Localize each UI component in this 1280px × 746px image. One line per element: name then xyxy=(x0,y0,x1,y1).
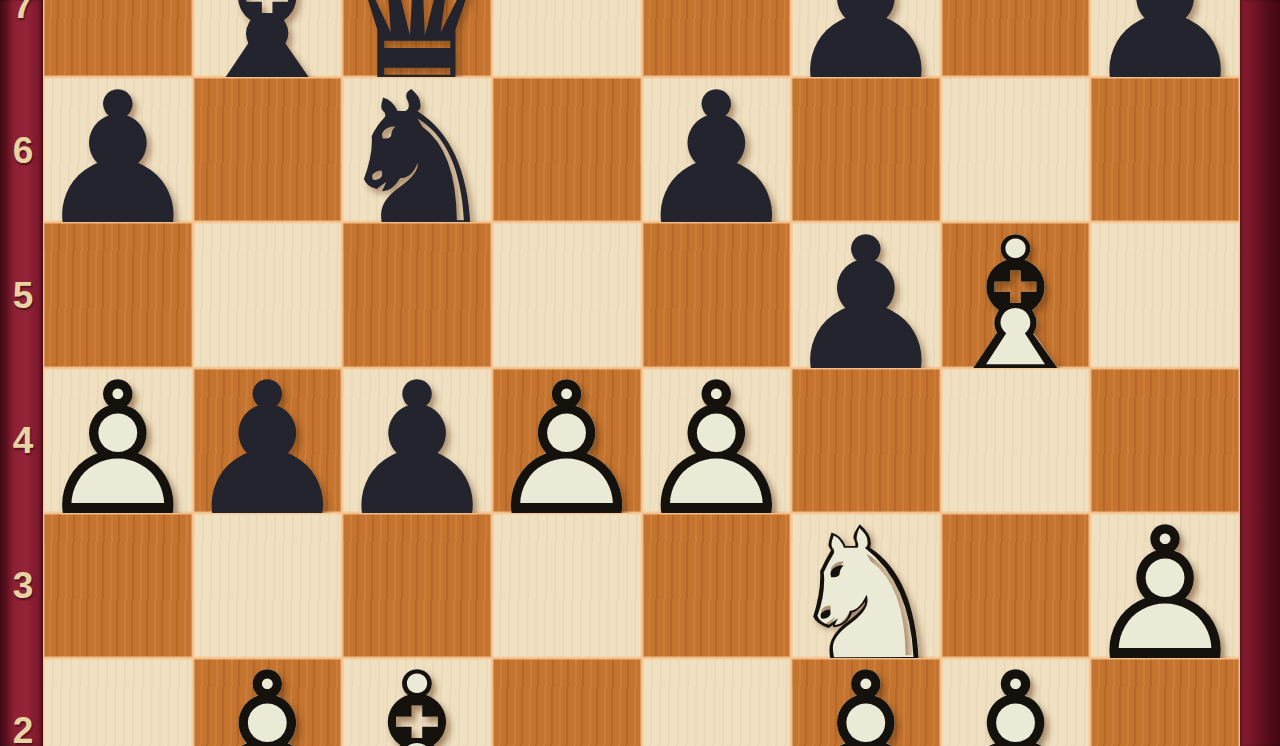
square-c7[interactable]: ♛ xyxy=(342,0,492,77)
white-piece-fill: ♟ xyxy=(932,648,1099,746)
square-c6[interactable]: ♞ xyxy=(342,77,492,222)
black-pawn[interactable]: ♟ xyxy=(193,368,343,513)
rank-label-7: 7 xyxy=(8,0,38,23)
square-b6[interactable] xyxy=(193,77,343,222)
square-h4[interactable] xyxy=(1090,368,1240,513)
black-pawn[interactable]: ♟ xyxy=(642,77,792,222)
square-e4[interactable]: ♟♙ xyxy=(642,368,792,513)
square-a7[interactable] xyxy=(43,0,193,77)
white-pawn[interactable]: ♟♙ xyxy=(1090,513,1240,658)
square-f2[interactable]: ♟♙ xyxy=(791,658,941,746)
square-b5[interactable] xyxy=(193,222,343,367)
white-piece-outline: ♗ xyxy=(334,648,501,746)
square-e3[interactable] xyxy=(642,513,792,658)
square-g6[interactable] xyxy=(941,77,1091,222)
rank-label-4: 4 xyxy=(8,422,38,459)
square-a4[interactable]: ♟♙ xyxy=(43,368,193,513)
square-f4[interactable] xyxy=(791,368,941,513)
rank-label-6: 6 xyxy=(8,131,38,168)
square-f7[interactable]: ♟ xyxy=(791,0,941,77)
rank-label-3: 3 xyxy=(8,567,38,604)
square-g3[interactable] xyxy=(941,513,1091,658)
square-b7[interactable]: ♝ xyxy=(193,0,343,77)
square-a3[interactable] xyxy=(43,513,193,658)
square-g7[interactable] xyxy=(941,0,1091,77)
square-e7[interactable] xyxy=(642,0,792,77)
square-h2[interactable] xyxy=(1090,658,1240,746)
chess-diagram: ♝♛♟♟♟♞♟♟♝♗♟♙♟♟♟♙♟♙♞♘♟♙♟♙♝♗♟♙♟♙ 765432 xyxy=(0,0,1280,746)
white-bishop[interactable]: ♝♗ xyxy=(342,658,492,746)
square-a2[interactable] xyxy=(43,658,193,746)
black-bishop[interactable]: ♝ xyxy=(193,0,343,77)
black-pawn[interactable]: ♟ xyxy=(43,77,193,222)
chess-board: ♝♛♟♟♟♞♟♟♝♗♟♙♟♟♟♙♟♙♞♘♟♙♟♙♝♗♟♙♟♙ xyxy=(43,0,1240,746)
square-b3[interactable] xyxy=(193,513,343,658)
square-d7[interactable] xyxy=(492,0,642,77)
board-left-border xyxy=(0,0,43,746)
square-e2[interactable] xyxy=(642,658,792,746)
square-b4[interactable]: ♟ xyxy=(193,368,343,513)
square-g5[interactable]: ♝♗ xyxy=(941,222,1091,367)
square-d4[interactable]: ♟♙ xyxy=(492,368,642,513)
square-d5[interactable] xyxy=(492,222,642,367)
black-pawn[interactable]: ♟ xyxy=(342,368,492,513)
black-pawn[interactable]: ♟ xyxy=(1090,0,1240,77)
square-a6[interactable]: ♟ xyxy=(43,77,193,222)
square-b2[interactable]: ♟♙ xyxy=(193,658,343,746)
square-c3[interactable] xyxy=(342,513,492,658)
rank-label-2: 2 xyxy=(8,712,38,746)
square-h5[interactable] xyxy=(1090,222,1240,367)
square-h3[interactable]: ♟♙ xyxy=(1090,513,1240,658)
square-h7[interactable]: ♟ xyxy=(1090,0,1240,77)
white-pawn[interactable]: ♟♙ xyxy=(193,658,343,746)
white-piece-fill: ♝ xyxy=(334,648,501,746)
rank-label-5: 5 xyxy=(8,276,38,313)
white-piece-outline: ♙ xyxy=(783,648,950,746)
square-e6[interactable]: ♟ xyxy=(642,77,792,222)
square-d2[interactable] xyxy=(492,658,642,746)
white-piece-outline: ♙ xyxy=(184,648,351,746)
black-queen[interactable]: ♛ xyxy=(342,0,492,77)
white-knight[interactable]: ♞♘ xyxy=(791,513,941,658)
black-pawn[interactable]: ♟ xyxy=(791,0,941,77)
square-c5[interactable] xyxy=(342,222,492,367)
white-pawn[interactable]: ♟♙ xyxy=(492,368,642,513)
white-pawn[interactable]: ♟♙ xyxy=(791,658,941,746)
square-d3[interactable] xyxy=(492,513,642,658)
board-right-border xyxy=(1240,0,1280,746)
square-g2[interactable]: ♟♙ xyxy=(941,658,1091,746)
white-pawn[interactable]: ♟♙ xyxy=(941,658,1091,746)
square-f3[interactable]: ♞♘ xyxy=(791,513,941,658)
white-piece-outline: ♙ xyxy=(932,648,1099,746)
square-h6[interactable] xyxy=(1090,77,1240,222)
square-g4[interactable] xyxy=(941,368,1091,513)
black-pawn[interactable]: ♟ xyxy=(791,222,941,367)
square-d6[interactable] xyxy=(492,77,642,222)
black-knight[interactable]: ♞ xyxy=(342,77,492,222)
square-e5[interactable] xyxy=(642,222,792,367)
square-f5[interactable]: ♟ xyxy=(791,222,941,367)
white-piece-fill: ♟ xyxy=(783,648,950,746)
square-c4[interactable]: ♟ xyxy=(342,368,492,513)
white-pawn[interactable]: ♟♙ xyxy=(642,368,792,513)
white-bishop[interactable]: ♝♗ xyxy=(941,222,1091,367)
white-pawn[interactable]: ♟♙ xyxy=(43,368,193,513)
square-f6[interactable] xyxy=(791,77,941,222)
square-a5[interactable] xyxy=(43,222,193,367)
square-c2[interactable]: ♝♗ xyxy=(342,658,492,746)
white-piece-fill: ♟ xyxy=(184,648,351,746)
